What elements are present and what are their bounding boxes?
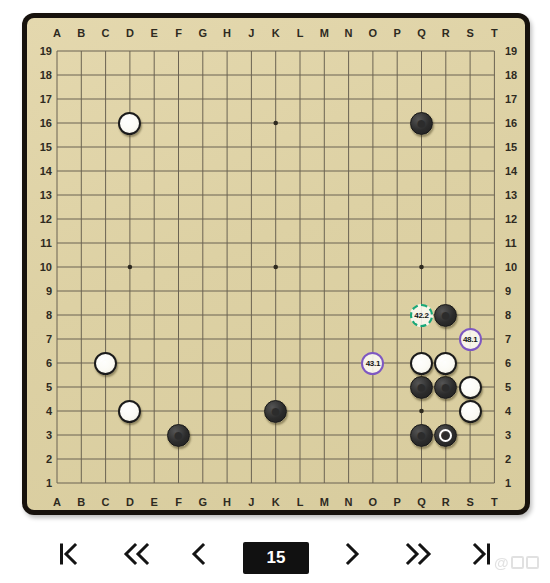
move-counter: 15: [243, 542, 309, 574]
coord-label-letter: Q: [412, 495, 432, 509]
white-stone-R6: ○: [434, 352, 457, 375]
white-stone-S5: ○: [459, 376, 482, 399]
double-right-chevron-icon: [404, 542, 433, 566]
coord-label-number: 12: [28, 212, 52, 226]
watermark: @: [494, 548, 546, 576]
coord-label-letter: E: [144, 495, 164, 509]
coord-label-letter: O: [363, 26, 383, 40]
coord-label-number: 10: [505, 260, 529, 274]
coord-label-letter: R: [436, 26, 456, 40]
white-stone-glyph: ○: [465, 400, 476, 423]
coord-label-letter: E: [144, 26, 164, 40]
coord-label-number: 10: [28, 260, 52, 274]
watermark-glyph: [511, 556, 524, 569]
coord-label-letter: L: [290, 26, 310, 40]
suggested-move-Q8: 42.2: [410, 304, 433, 327]
coord-label-number: 9: [505, 284, 529, 298]
coord-label-number: 16: [505, 116, 529, 130]
coord-label-letter: D: [120, 26, 140, 40]
coord-label-number: 1: [28, 476, 52, 490]
white-stone-S4: ○: [459, 400, 482, 423]
last-move-marker: [439, 429, 452, 442]
coord-label-letter: H: [217, 495, 237, 509]
winrate-label: 42.2: [414, 311, 428, 320]
black-stone-glyph: ●: [173, 424, 184, 447]
coord-label-letter: R: [436, 495, 456, 509]
next-move-button[interactable]: [332, 534, 372, 574]
suggested-move-O6: 43.1: [361, 352, 384, 375]
coord-label-letter: K: [266, 26, 286, 40]
coord-label-letter: Q: [412, 26, 432, 40]
coord-label-number: 5: [505, 380, 529, 394]
coord-label-number: 2: [28, 452, 52, 466]
white-stone-D16: ○: [118, 112, 141, 135]
winrate-label: 43.1: [366, 359, 380, 368]
left-chevron-icon: [190, 542, 207, 566]
coord-label-number: 8: [505, 308, 529, 322]
black-stone-glyph: ●: [270, 400, 281, 423]
move-number: 15: [267, 548, 286, 568]
coord-label-letter: B: [71, 495, 91, 509]
suggested-move-S7: 48.1: [459, 328, 482, 351]
coord-label-number: 7: [505, 332, 529, 346]
black-stone-glyph: ●: [440, 304, 451, 327]
black-stone-glyph: ●: [416, 376, 427, 399]
move-navigation-bar: 15: [0, 532, 550, 583]
black-stone-R5: ●: [434, 376, 457, 399]
black-stone-K4: ●: [264, 400, 287, 423]
go-game-viewer: AABBCCDDEEFFGGHHJJKKLLMMNNOOPPQQRRSSTT19…: [0, 0, 550, 583]
bar-left-chevron-icon: [57, 542, 79, 566]
coord-label-number: 5: [28, 380, 52, 394]
double-left-chevron-icon: [122, 542, 151, 566]
coord-label-letter: A: [47, 26, 67, 40]
white-stone-D4: ○: [118, 400, 141, 423]
white-stone-glyph: ○: [124, 400, 135, 423]
white-stone-glyph: ○: [124, 112, 135, 135]
coord-label-letter: G: [193, 495, 213, 509]
white-stone-Q6: ○: [410, 352, 433, 375]
coord-label-letter: N: [339, 495, 359, 509]
black-stone-Q16: ●: [410, 112, 433, 135]
coord-label-number: 9: [28, 284, 52, 298]
white-stone-glyph: ○: [440, 352, 451, 375]
coord-label-number: 12: [505, 212, 529, 226]
coord-label-number: 11: [505, 236, 529, 250]
black-stone-glyph: ●: [416, 424, 427, 447]
black-stone-R8: ●: [434, 304, 457, 327]
coord-label-letter: B: [71, 26, 91, 40]
jump-to-start-button[interactable]: [48, 534, 88, 574]
right-chevron-bar-icon: [471, 542, 493, 566]
coord-label-number: 18: [505, 68, 529, 82]
coord-label-number: 19: [28, 44, 52, 58]
watermark-glyph: [526, 556, 539, 569]
black-stone-glyph: ●: [416, 112, 427, 135]
white-stone-C6: ○: [94, 352, 117, 375]
coord-label-letter: N: [339, 26, 359, 40]
back-ten-moves-button[interactable]: [116, 534, 156, 574]
black-stone-F3: ●: [167, 424, 190, 447]
coord-label-letter: J: [241, 26, 261, 40]
black-stone-Q3: ●: [410, 424, 433, 447]
coord-label-letter: S: [460, 495, 480, 509]
coord-label-number: 14: [505, 164, 529, 178]
coord-label-number: 2: [505, 452, 529, 466]
coord-label-number: 16: [28, 116, 52, 130]
coord-label-number: 17: [505, 92, 529, 106]
coord-label-number: 15: [28, 140, 52, 154]
coord-label-letter: H: [217, 26, 237, 40]
coord-label-letter: K: [266, 495, 286, 509]
coord-label-number: 13: [28, 188, 52, 202]
coord-label-letter: D: [120, 495, 140, 509]
right-chevron-icon: [344, 542, 361, 566]
coord-label-letter: F: [169, 495, 189, 509]
black-stone-Q5: ●: [410, 376, 433, 399]
coord-label-letter: S: [460, 26, 480, 40]
white-stone-glyph: ○: [416, 352, 427, 375]
coord-label-number: 4: [28, 404, 52, 418]
coord-label-number: 14: [28, 164, 52, 178]
coord-label-number: 13: [505, 188, 529, 202]
coord-label-number: 15: [505, 140, 529, 154]
coord-label-number: 8: [28, 308, 52, 322]
coord-label-number: 1: [505, 476, 529, 490]
coord-label-number: 3: [505, 428, 529, 442]
coord-label-letter: P: [387, 495, 407, 509]
coord-label-letter: P: [387, 26, 407, 40]
coord-label-letter: T: [484, 495, 504, 509]
coord-label-letter: M: [314, 495, 334, 509]
winrate-label: 48.1: [463, 335, 477, 344]
coord-label-letter: J: [241, 495, 261, 509]
forward-ten-moves-button[interactable]: [398, 534, 438, 574]
coord-label-number: 19: [505, 44, 529, 58]
coord-label-letter: A: [47, 495, 67, 509]
black-stone-glyph: ●: [440, 376, 451, 399]
coord-label-number: 11: [28, 236, 52, 250]
coord-label-number: 7: [28, 332, 52, 346]
coord-label-letter: F: [169, 26, 189, 40]
coord-label-letter: T: [484, 26, 504, 40]
coord-label-letter: G: [193, 26, 213, 40]
black-stone-R3: ●: [434, 424, 457, 447]
white-stone-glyph: ○: [465, 376, 476, 399]
coord-label-letter: O: [363, 495, 383, 509]
previous-move-button[interactable]: [178, 534, 218, 574]
white-stone-glyph: ○: [100, 352, 111, 375]
coord-label-number: 3: [28, 428, 52, 442]
watermark-at-symbol: @: [494, 554, 509, 571]
coord-label-number: 4: [505, 404, 529, 418]
coord-label-letter: L: [290, 495, 310, 509]
coord-label-number: 18: [28, 68, 52, 82]
coord-label-letter: C: [96, 26, 116, 40]
coord-label-number: 17: [28, 92, 52, 106]
coord-label-letter: M: [314, 26, 334, 40]
coord-label-number: 6: [28, 356, 52, 370]
coord-label-letter: C: [96, 495, 116, 509]
coord-label-number: 6: [505, 356, 529, 370]
